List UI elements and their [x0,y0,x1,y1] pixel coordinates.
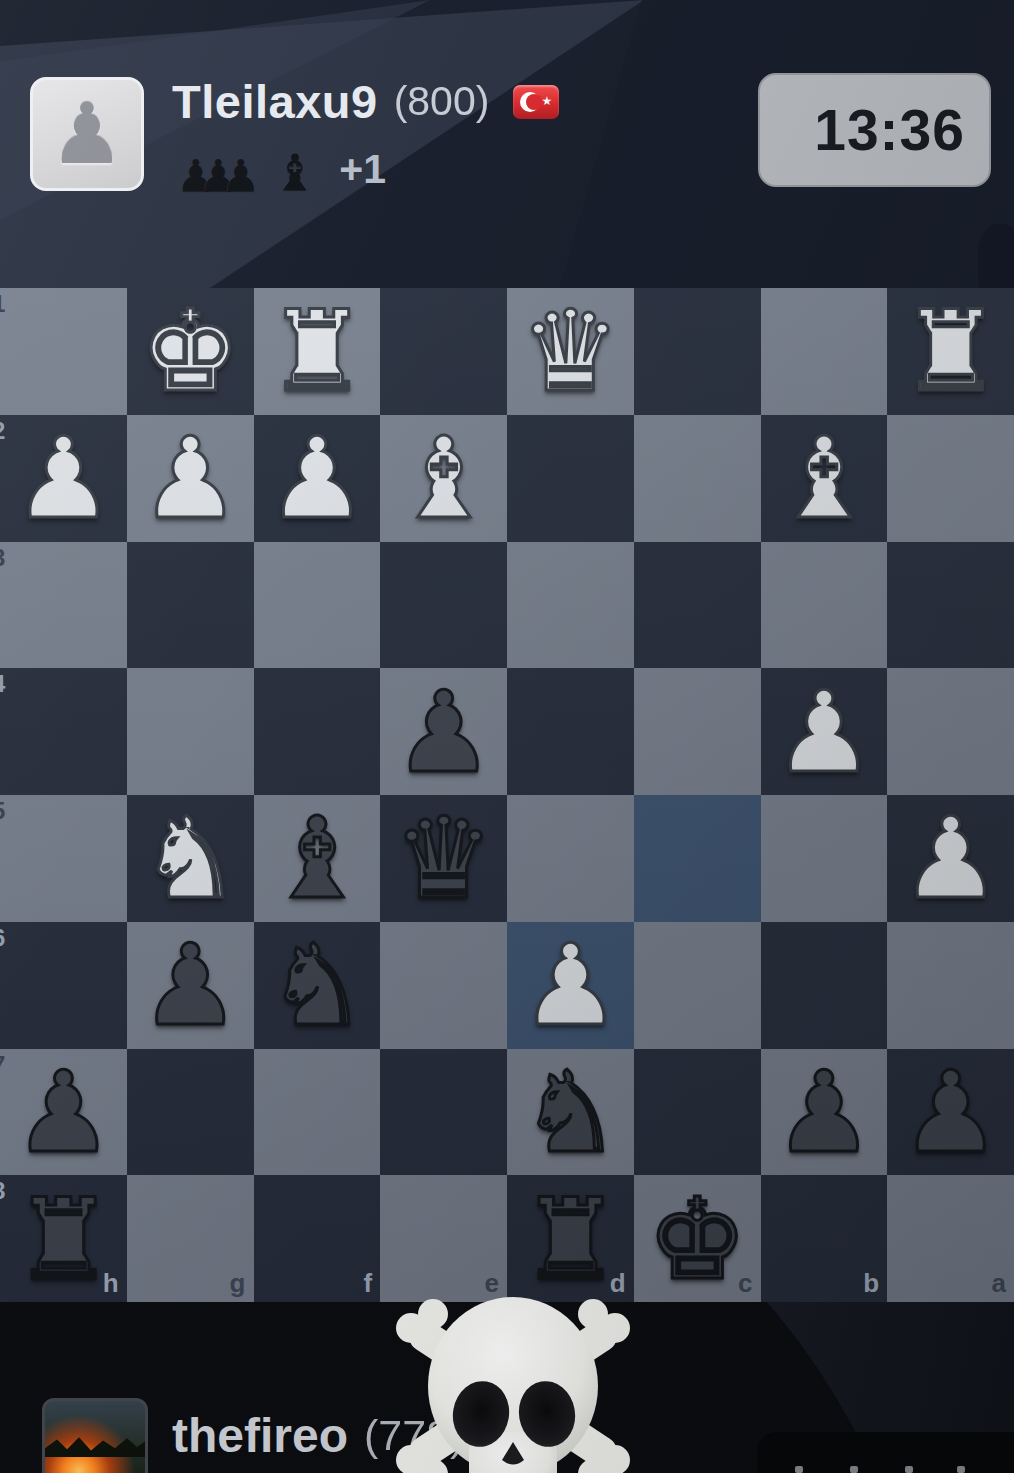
square-c5[interactable] [634,795,761,922]
square-e5[interactable]: ♛ [380,795,507,922]
white-rook[interactable]: ♜ [887,288,1014,415]
square-d3[interactable] [507,542,634,669]
square-b7[interactable]: ♟ [761,1049,888,1176]
top-player-avatar[interactable]: ♟ [30,77,144,191]
square-b5[interactable] [761,795,888,922]
game-screen: ♟ Tleilaxu9 (800) ★ ♟♟♟♝+1 13:36 1♚♜♛♜2♟… [0,0,1014,1473]
square-g4[interactable] [127,668,254,795]
square-f3[interactable] [254,542,381,669]
black-queen[interactable]: ♛ [380,795,507,922]
rank-label-7: 7 [0,1051,5,1079]
captured-black-pawn: ♟ [221,154,260,198]
square-f2[interactable]: ♟ [254,415,381,542]
square-a4[interactable] [887,668,1014,795]
white-pawn[interactable]: ♟ [0,415,127,542]
square-g7[interactable] [127,1049,254,1176]
turkey-flag-icon: ★ [513,85,559,119]
square-h2[interactable]: 2♟ [0,415,127,542]
square-h6[interactable]: 6 [0,922,127,1049]
square-e7[interactable] [380,1049,507,1176]
white-bishop[interactable]: ♝ [761,415,888,542]
file-label-b: b [863,1268,879,1299]
avatar-treeline [45,1435,145,1457]
black-knight[interactable]: ♞ [507,1049,634,1176]
black-pawn[interactable]: ♟ [0,1049,127,1176]
rank-label-5: 5 [0,797,5,825]
skull-and-crossbones-emoji [393,1282,633,1473]
square-g8[interactable]: g [127,1175,254,1302]
black-pawn[interactable]: ♟ [380,668,507,795]
square-e2[interactable]: ♝ [380,415,507,542]
black-pawn[interactable]: ♟ [887,1049,1014,1176]
white-pawn[interactable]: ♟ [887,795,1014,922]
square-d2[interactable] [507,415,634,542]
top-player-name[interactable]: Tleilaxu9 [172,74,378,129]
white-king[interactable]: ♚ [127,288,254,415]
white-bishop[interactable]: ♝ [380,415,507,542]
square-g5[interactable]: ♞ [127,795,254,922]
square-c3[interactable] [634,542,761,669]
background-pawn-silhouette [978,224,1014,290]
square-a2[interactable] [887,415,1014,542]
square-g3[interactable] [127,542,254,669]
top-player-name-row: Tleilaxu9 (800) ★ [172,74,559,129]
bottom-player-name[interactable]: thefireo [172,1408,348,1463]
bottom-clock-digit [795,1466,803,1473]
file-label-h: h [103,1268,119,1299]
square-d7[interactable]: ♞ [507,1049,634,1176]
bottom-player-avatar[interactable] [42,1398,148,1473]
square-c7[interactable] [634,1049,761,1176]
square-f8[interactable]: f [254,1175,381,1302]
square-h3[interactable]: 3 [0,542,127,669]
rank-label-8: 8 [0,1177,5,1205]
square-a3[interactable] [887,542,1014,669]
pawn-avatar-icon: ♟ [49,92,124,176]
square-c8[interactable]: c♚ [634,1175,761,1302]
square-e1[interactable] [380,288,507,415]
rank-label-2: 2 [0,417,5,445]
square-c1[interactable] [634,288,761,415]
square-c6[interactable] [634,922,761,1049]
material-advantage: +1 [339,146,386,198]
white-pawn[interactable]: ♟ [127,415,254,542]
square-a5[interactable]: ♟ [887,795,1014,922]
square-d6[interactable]: ♟ [507,922,634,1049]
square-b4[interactable]: ♟ [761,668,888,795]
bottom-clock-digit [850,1466,858,1473]
square-e3[interactable] [380,542,507,669]
rank-label-4: 4 [0,670,5,698]
square-g2[interactable]: ♟ [127,415,254,542]
square-f4[interactable] [254,668,381,795]
square-f7[interactable] [254,1049,381,1176]
square-f6[interactable]: ♞ [254,922,381,1049]
square-e4[interactable]: ♟ [380,668,507,795]
square-b3[interactable] [761,542,888,669]
black-pawn[interactable]: ♟ [127,922,254,1049]
top-player-rating: (800) [394,78,490,125]
white-pawn[interactable]: ♟ [254,415,381,542]
file-label-c: c [738,1268,752,1299]
square-b2[interactable]: ♝ [761,415,888,542]
black-pawn[interactable]: ♟ [761,1049,888,1176]
top-player-clock: 13:36 [758,73,991,187]
square-h7[interactable]: 7♟ [0,1049,127,1176]
white-pawn[interactable]: ♟ [761,668,888,795]
square-d5[interactable] [507,795,634,922]
square-f1[interactable]: ♜ [254,288,381,415]
black-knight[interactable]: ♞ [254,922,381,1049]
square-a7[interactable]: ♟ [887,1049,1014,1176]
rank-label-6: 6 [0,924,5,952]
bottom-clock-digit [905,1466,913,1473]
square-h4[interactable]: 4 [0,668,127,795]
file-label-g: g [230,1268,246,1299]
black-bishop[interactable]: ♝ [254,795,381,922]
captured-black-bishop: ♝ [272,148,317,198]
white-queen[interactable]: ♛ [507,288,634,415]
bottom-clock-digit [957,1466,965,1473]
square-f5[interactable]: ♝ [254,795,381,922]
square-h5[interactable]: 5 [0,795,127,922]
captured-pieces-row: ♟♟♟♝+1 [176,142,386,198]
square-b6[interactable] [761,922,888,1049]
file-label-f: f [364,1268,373,1299]
square-b8[interactable]: b [761,1175,888,1302]
square-a6[interactable] [887,922,1014,1049]
flag-star-icon: ★ [541,94,552,108]
square-d4[interactable] [507,668,634,795]
square-d1[interactable]: ♛ [507,288,634,415]
square-b1[interactable] [761,288,888,415]
square-h8[interactable]: 8h♜ [0,1175,127,1302]
square-c4[interactable] [634,668,761,795]
white-knight[interactable]: ♞ [127,795,254,922]
white-pawn[interactable]: ♟ [507,922,634,1049]
chess-board[interactable]: 1♚♜♛♜2♟♟♟♝♝34♟♟5♞♝♛♟6♟♞♟7♟♞♟♟8h♜gfed♜c♚b… [0,288,1014,1302]
square-g1[interactable]: ♚ [127,288,254,415]
rank-label-1: 1 [0,290,5,318]
square-g6[interactable]: ♟ [127,922,254,1049]
square-a8[interactable]: a [887,1175,1014,1302]
square-a1[interactable]: ♜ [887,288,1014,415]
square-h1[interactable]: 1 [0,288,127,415]
file-label-a: a [992,1268,1006,1299]
square-c2[interactable] [634,415,761,542]
square-e6[interactable] [380,922,507,1049]
rank-label-3: 3 [0,544,5,572]
white-rook[interactable]: ♜ [254,288,381,415]
